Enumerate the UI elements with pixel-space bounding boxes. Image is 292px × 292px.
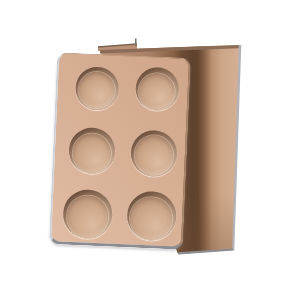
muffin-cup-row1-left <box>74 66 119 111</box>
muffin-cup-floor <box>138 72 176 110</box>
muffin-cup-row3-left <box>62 189 113 240</box>
muffin-cup-floor <box>72 133 112 173</box>
muffin-cup-floor <box>78 71 116 109</box>
muffin-cup-row2-left <box>68 127 116 175</box>
product-photo-scene <box>0 0 292 292</box>
muffin-cup-row3-right <box>126 190 177 241</box>
muffin-pan <box>49 52 191 250</box>
muffin-cup-floor <box>130 197 173 240</box>
muffin-cup-row2-right <box>130 129 178 177</box>
muffin-cup-floor <box>66 195 109 238</box>
muffin-cup-row1-right <box>134 67 179 112</box>
muffin-cup-floor <box>134 135 174 175</box>
sheet-tab-notch <box>135 38 137 46</box>
